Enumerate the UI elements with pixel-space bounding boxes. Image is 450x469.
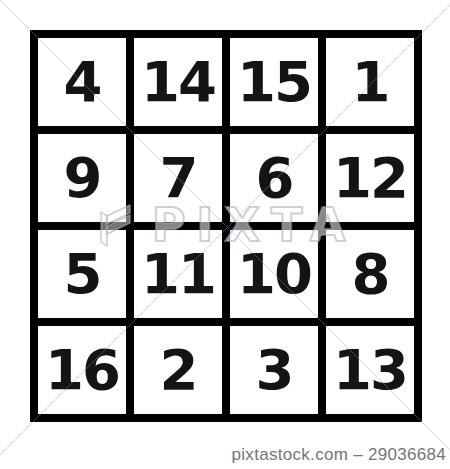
cell-r3c2: 11 (134, 230, 222, 318)
cell-r2c2: 7 (134, 134, 222, 222)
cell-r2c1: 9 (38, 134, 126, 222)
cell-r1c2: 14 (134, 38, 222, 126)
cell-r1c1: 4 (38, 38, 126, 126)
cell-r2c4: 12 (326, 134, 414, 222)
cell-r3c1: 5 (38, 230, 126, 318)
cell-r1c3: 15 (230, 38, 318, 126)
cell-r4c1: 16 (38, 326, 126, 414)
cell-r3c4: 8 (326, 230, 414, 318)
cell-r1c4: 1 (326, 38, 414, 126)
cell-r4c3: 3 (230, 326, 318, 414)
cell-r2c3: 6 (230, 134, 318, 222)
magic-square-board: 4 14 15 1 9 7 6 12 5 11 10 8 16 2 3 13 (30, 30, 422, 422)
stock-credit-text: pixtastock.com – 29036684 (232, 445, 446, 465)
stock-image-canvas: 4 14 15 1 9 7 6 12 5 11 10 8 16 2 3 13 P… (0, 0, 450, 469)
cell-r4c4: 13 (326, 326, 414, 414)
cell-r3c3: 10 (230, 230, 318, 318)
cell-r4c2: 2 (134, 326, 222, 414)
